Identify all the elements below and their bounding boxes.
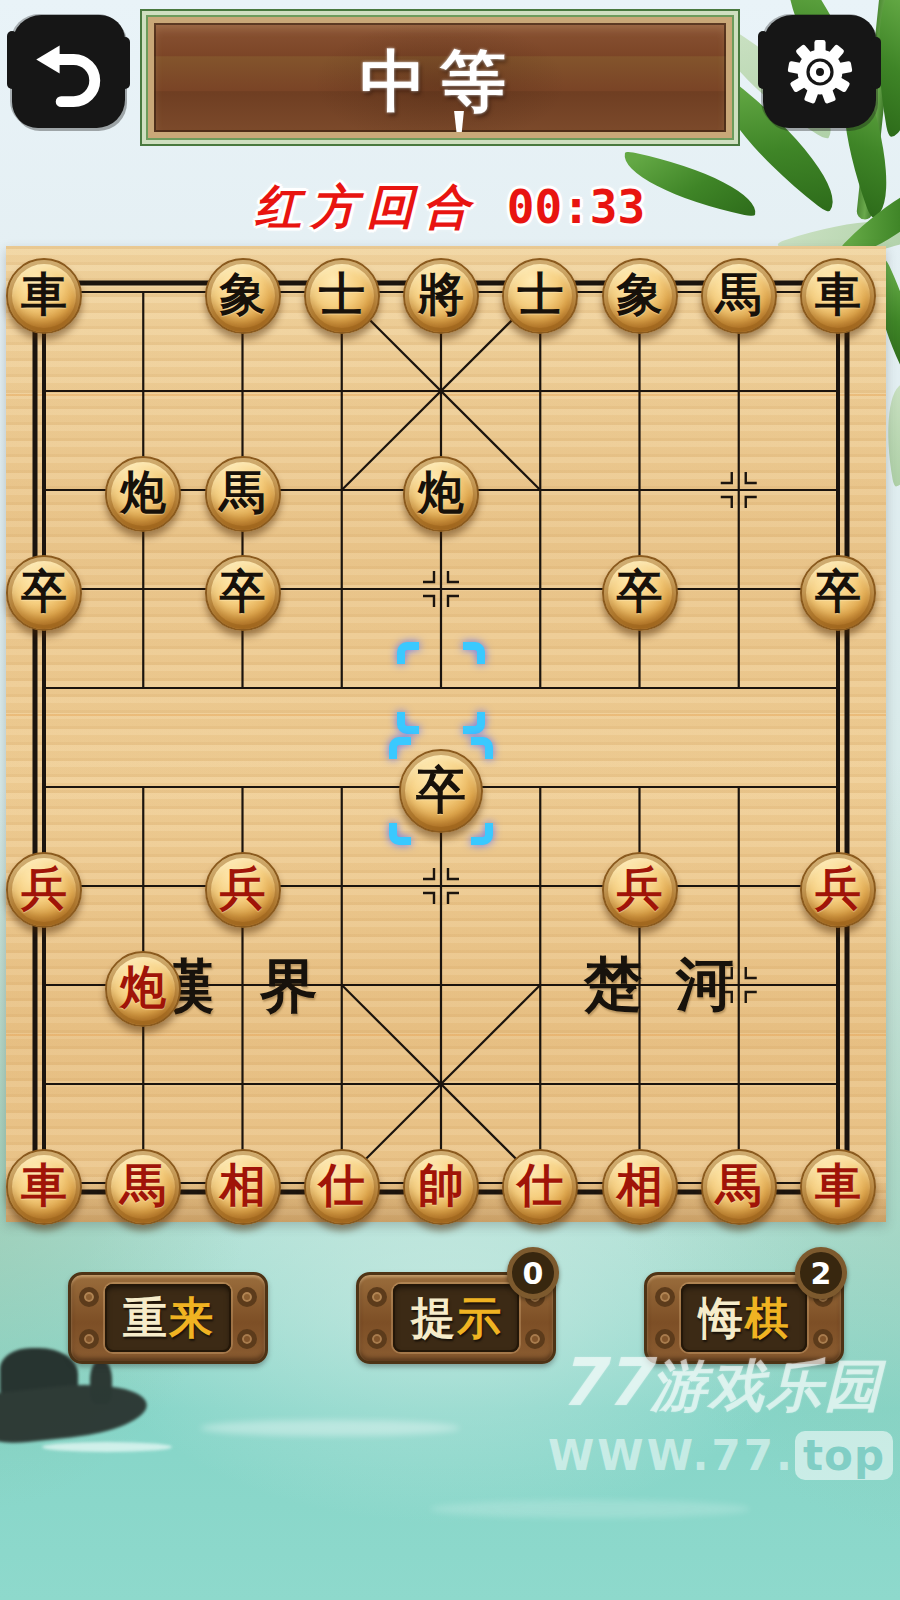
status-bar: 红方回合 00:33	[0, 176, 900, 239]
game-timer: 00:33	[507, 180, 645, 234]
hint-label: 提	[411, 1289, 455, 1348]
watermark-brand-text: 游戏乐园	[650, 1353, 882, 1418]
watermark-url-tld: top	[795, 1431, 893, 1480]
settings-button[interactable]	[763, 15, 876, 128]
back-button[interactable]	[12, 15, 125, 128]
restart-button[interactable]: 重来	[68, 1272, 268, 1364]
watermark: 77游戏乐园 WWW.77.top	[548, 1344, 893, 1480]
xiangqi-board[interactable]: 漢界 楚河	[6, 246, 886, 1222]
back-arrow-icon	[30, 33, 108, 111]
turn-indicator: 红方回合	[255, 176, 479, 239]
restart-label: 重	[123, 1289, 167, 1348]
title-banner: 中等	[140, 9, 740, 146]
water-ripple	[200, 1420, 460, 1436]
gear-icon	[780, 32, 860, 112]
board-grid	[6, 246, 886, 1222]
hint-button[interactable]: 提示 0	[356, 1272, 556, 1364]
river-label-right: 楚河	[584, 946, 768, 1024]
difficulty-title: 中等	[154, 37, 726, 127]
water-ripple	[430, 1500, 750, 1518]
hint-count-badge: 0	[507, 1247, 559, 1299]
move-to-marker	[389, 737, 493, 845]
undo-label: 悔	[699, 1289, 743, 1348]
move-from-marker	[397, 642, 485, 734]
undo-count-badge: 2	[795, 1247, 847, 1299]
watermark-url: WWW.77.	[548, 1431, 795, 1480]
river-label-left: 漢界	[156, 948, 364, 1026]
watermark-brand-number: 77	[559, 1344, 651, 1421]
